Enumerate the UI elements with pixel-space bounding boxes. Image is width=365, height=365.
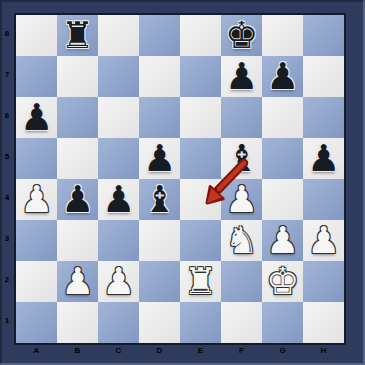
black-pawn[interactable]: ♟ <box>61 179 94 220</box>
square-b2[interactable]: ♟ <box>57 261 98 302</box>
file-label-e: E <box>180 345 221 359</box>
white-rook[interactable]: ♜ <box>184 261 217 302</box>
black-pawn[interactable]: ♟ <box>225 56 258 97</box>
square-d6[interactable] <box>139 97 180 138</box>
square-f1[interactable] <box>221 302 262 343</box>
square-c3[interactable] <box>98 220 139 261</box>
file-label-c: C <box>98 345 139 359</box>
chess-diagram-frame: 87654321 ♜♚♟♟♟♟♝♟♟♟♟♝♟♞♟♟♟♟♜♚ ABCDEFGH <box>0 0 365 365</box>
rank-labels: 87654321 <box>0 13 14 345</box>
square-e8[interactable] <box>180 15 221 56</box>
white-pawn[interactable]: ♟ <box>102 261 135 302</box>
square-d5[interactable]: ♟ <box>139 138 180 179</box>
square-h8[interactable] <box>303 15 344 56</box>
black-pawn[interactable]: ♟ <box>266 56 299 97</box>
square-d2[interactable] <box>139 261 180 302</box>
rank-label-2: 2 <box>0 259 14 300</box>
white-pawn[interactable]: ♟ <box>307 220 340 261</box>
square-g2[interactable]: ♚ <box>262 261 303 302</box>
square-f6[interactable] <box>221 97 262 138</box>
white-pawn[interactable]: ♟ <box>225 179 258 220</box>
square-c8[interactable] <box>98 15 139 56</box>
square-g4[interactable] <box>262 179 303 220</box>
rank-label-6: 6 <box>0 95 14 136</box>
rank-label-8: 8 <box>0 13 14 54</box>
square-c4[interactable]: ♟ <box>98 179 139 220</box>
black-bishop[interactable]: ♝ <box>143 179 176 220</box>
square-e7[interactable] <box>180 56 221 97</box>
file-label-a: A <box>16 345 57 359</box>
square-f2[interactable] <box>221 261 262 302</box>
square-c6[interactable] <box>98 97 139 138</box>
square-e4[interactable] <box>180 179 221 220</box>
square-d1[interactable] <box>139 302 180 343</box>
black-rook[interactable]: ♜ <box>61 15 94 56</box>
square-f3[interactable]: ♞ <box>221 220 262 261</box>
square-f4[interactable]: ♟ <box>221 179 262 220</box>
square-h3[interactable]: ♟ <box>303 220 344 261</box>
square-a5[interactable] <box>16 138 57 179</box>
white-knight[interactable]: ♞ <box>225 220 258 261</box>
square-a8[interactable] <box>16 15 57 56</box>
square-c5[interactable] <box>98 138 139 179</box>
file-labels: ABCDEFGH <box>16 345 344 359</box>
square-g8[interactable] <box>262 15 303 56</box>
black-pawn[interactable]: ♟ <box>307 138 340 179</box>
square-a2[interactable] <box>16 261 57 302</box>
square-c7[interactable] <box>98 56 139 97</box>
square-d8[interactable] <box>139 15 180 56</box>
square-b8[interactable]: ♜ <box>57 15 98 56</box>
rank-label-3: 3 <box>0 218 14 259</box>
square-e2[interactable]: ♜ <box>180 261 221 302</box>
black-pawn[interactable]: ♟ <box>20 97 53 138</box>
square-a6[interactable]: ♟ <box>16 97 57 138</box>
chess-board: ♜♚♟♟♟♟♝♟♟♟♟♝♟♞♟♟♟♟♜♚ <box>14 13 346 345</box>
square-e1[interactable] <box>180 302 221 343</box>
white-pawn[interactable]: ♟ <box>20 179 53 220</box>
rank-label-5: 5 <box>0 136 14 177</box>
square-b4[interactable]: ♟ <box>57 179 98 220</box>
square-g1[interactable] <box>262 302 303 343</box>
white-king[interactable]: ♚ <box>266 261 299 302</box>
square-e5[interactable] <box>180 138 221 179</box>
file-label-h: H <box>303 345 344 359</box>
square-f8[interactable]: ♚ <box>221 15 262 56</box>
square-f5[interactable]: ♝ <box>221 138 262 179</box>
square-h2[interactable] <box>303 261 344 302</box>
square-d4[interactable]: ♝ <box>139 179 180 220</box>
square-e3[interactable] <box>180 220 221 261</box>
square-d3[interactable] <box>139 220 180 261</box>
square-h5[interactable]: ♟ <box>303 138 344 179</box>
square-b6[interactable] <box>57 97 98 138</box>
rank-label-4: 4 <box>0 177 14 218</box>
square-d7[interactable] <box>139 56 180 97</box>
square-a7[interactable] <box>16 56 57 97</box>
square-g5[interactable] <box>262 138 303 179</box>
square-c2[interactable]: ♟ <box>98 261 139 302</box>
square-f7[interactable]: ♟ <box>221 56 262 97</box>
file-label-d: D <box>139 345 180 359</box>
black-king[interactable]: ♚ <box>225 15 258 56</box>
square-h1[interactable] <box>303 302 344 343</box>
square-h7[interactable] <box>303 56 344 97</box>
square-h6[interactable] <box>303 97 344 138</box>
square-h4[interactable] <box>303 179 344 220</box>
rank-label-1: 1 <box>0 300 14 341</box>
square-a4[interactable]: ♟ <box>16 179 57 220</box>
square-b7[interactable] <box>57 56 98 97</box>
file-label-b: B <box>57 345 98 359</box>
rank-label-7: 7 <box>0 54 14 95</box>
white-pawn[interactable]: ♟ <box>61 261 94 302</box>
square-e6[interactable] <box>180 97 221 138</box>
square-g6[interactable] <box>262 97 303 138</box>
square-b1[interactable] <box>57 302 98 343</box>
square-b5[interactable] <box>57 138 98 179</box>
black-pawn[interactable]: ♟ <box>143 138 176 179</box>
white-pawn[interactable]: ♟ <box>266 220 299 261</box>
square-c1[interactable] <box>98 302 139 343</box>
square-a3[interactable] <box>16 220 57 261</box>
black-pawn[interactable]: ♟ <box>102 179 135 220</box>
file-label-f: F <box>221 345 262 359</box>
black-bishop[interactable]: ♝ <box>225 138 258 179</box>
square-g7[interactable]: ♟ <box>262 56 303 97</box>
file-label-g: G <box>262 345 303 359</box>
square-b3[interactable] <box>57 220 98 261</box>
square-g3[interactable]: ♟ <box>262 220 303 261</box>
square-a1[interactable] <box>16 302 57 343</box>
